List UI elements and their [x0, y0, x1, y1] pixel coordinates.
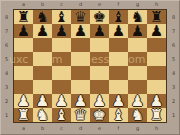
file-label-top-g: g: [128, 0, 147, 9]
rank-label-right-8: 8: [167, 10, 180, 24]
square-f5[interactable]: [109, 52, 128, 66]
board-frame: abcdefgh 87654321 87654321 abcdefgh ♜♞♝♛…: [0, 0, 180, 135]
rank-label-left-6: 6: [0, 38, 13, 52]
square-c5[interactable]: [52, 52, 71, 66]
piece-black-pawn[interactable]: ♟: [109, 24, 128, 38]
piece-white-knight[interactable]: ♞: [128, 108, 147, 122]
rank-label-left-3: 3: [0, 80, 13, 94]
file-labels-bottom: abcdefgh: [14, 123, 166, 133]
file-label-top-a: a: [14, 0, 33, 9]
square-f7[interactable]: ♟: [109, 24, 128, 38]
file-label-bottom-e: e: [90, 123, 109, 133]
piece-black-pawn[interactable]: ♟: [147, 24, 166, 38]
piece-white-bishop[interactable]: ♝: [109, 108, 128, 122]
file-label-bottom-g: g: [128, 123, 147, 133]
square-e7[interactable]: ♟: [90, 24, 109, 38]
piece-black-pawn[interactable]: ♟: [90, 24, 109, 38]
piece-black-pawn[interactable]: ♟: [33, 24, 52, 38]
chess-board: ♜♞♝♛♚♝♞♜♟♟♟♟♟♟♟♟♟♟♟♟♟♟♟♟♜♞♝♛♚♝♞♜: [14, 10, 166, 122]
square-d6[interactable]: [71, 38, 90, 52]
square-d4[interactable]: [71, 66, 90, 80]
rank-label-right-1: 1: [167, 108, 180, 122]
square-g1[interactable]: ♞: [128, 108, 147, 122]
rank-label-right-7: 7: [167, 24, 180, 38]
rank-label-left-8: 8: [0, 10, 13, 24]
rank-label-right-4: 4: [167, 66, 180, 80]
square-h6[interactable]: [147, 38, 166, 52]
square-e5[interactable]: [90, 52, 109, 66]
piece-white-queen[interactable]: ♛: [71, 108, 90, 122]
file-label-bottom-h: h: [147, 123, 166, 133]
square-h4[interactable]: [147, 66, 166, 80]
file-label-top-b: b: [33, 0, 52, 9]
square-c6[interactable]: [52, 38, 71, 52]
piece-white-bishop[interactable]: ♝: [52, 108, 71, 122]
square-g6[interactable]: [128, 38, 147, 52]
square-a7[interactable]: ♟: [14, 24, 33, 38]
square-g5[interactable]: [128, 52, 147, 66]
rank-label-right-2: 2: [167, 94, 180, 108]
file-label-top-d: d: [71, 0, 90, 9]
file-label-bottom-d: d: [71, 123, 90, 133]
square-e6[interactable]: [90, 38, 109, 52]
square-e4[interactable]: [90, 66, 109, 80]
piece-white-rook[interactable]: ♜: [147, 108, 166, 122]
file-label-bottom-a: a: [14, 123, 33, 133]
square-a1[interactable]: ♜: [14, 108, 33, 122]
square-g4[interactable]: [128, 66, 147, 80]
piece-white-rook[interactable]: ♜: [14, 108, 33, 122]
file-label-bottom-c: c: [52, 123, 71, 133]
square-b5[interactable]: [33, 52, 52, 66]
rank-label-right-3: 3: [167, 80, 180, 94]
rank-label-right-6: 6: [167, 38, 180, 52]
square-a4[interactable]: [14, 66, 33, 80]
file-label-bottom-f: f: [109, 123, 128, 133]
square-h1[interactable]: ♜: [147, 108, 166, 122]
piece-black-pawn[interactable]: ♟: [52, 24, 71, 38]
file-label-top-c: c: [52, 0, 71, 9]
square-d5[interactable]: [71, 52, 90, 66]
square-e1[interactable]: ♚: [90, 108, 109, 122]
square-a6[interactable]: [14, 38, 33, 52]
rank-label-left-2: 2: [0, 94, 13, 108]
square-d1[interactable]: ♛: [71, 108, 90, 122]
rank-labels-left: 87654321: [0, 10, 13, 122]
piece-black-pawn[interactable]: ♟: [71, 24, 90, 38]
square-c4[interactable]: [52, 66, 71, 80]
square-g7[interactable]: ♟: [128, 24, 147, 38]
rank-label-left-7: 7: [0, 24, 13, 38]
square-b6[interactable]: [33, 38, 52, 52]
square-f1[interactable]: ♝: [109, 108, 128, 122]
square-a5[interactable]: [14, 52, 33, 66]
square-d7[interactable]: ♟: [71, 24, 90, 38]
square-b1[interactable]: ♞: [33, 108, 52, 122]
piece-white-knight[interactable]: ♞: [33, 108, 52, 122]
file-labels-top: abcdefgh: [14, 0, 166, 9]
file-label-top-f: f: [109, 0, 128, 9]
file-label-top-e: e: [90, 0, 109, 9]
square-h7[interactable]: ♟: [147, 24, 166, 38]
square-c1[interactable]: ♝: [52, 108, 71, 122]
rank-labels-right: 87654321: [167, 10, 180, 122]
file-label-bottom-b: b: [33, 123, 52, 133]
rank-label-right-5: 5: [167, 52, 180, 66]
piece-black-pawn[interactable]: ♟: [128, 24, 147, 38]
file-label-top-h: h: [147, 0, 166, 9]
rank-label-left-1: 1: [0, 108, 13, 122]
piece-white-king[interactable]: ♚: [90, 108, 109, 122]
rank-label-left-4: 4: [0, 66, 13, 80]
rank-label-left-5: 5: [0, 52, 13, 66]
square-h5[interactable]: [147, 52, 166, 66]
piece-black-pawn[interactable]: ♟: [14, 24, 33, 38]
square-b4[interactable]: [33, 66, 52, 80]
square-f6[interactable]: [109, 38, 128, 52]
square-b7[interactable]: ♟: [33, 24, 52, 38]
square-f4[interactable]: [109, 66, 128, 80]
square-c7[interactable]: ♟: [52, 24, 71, 38]
